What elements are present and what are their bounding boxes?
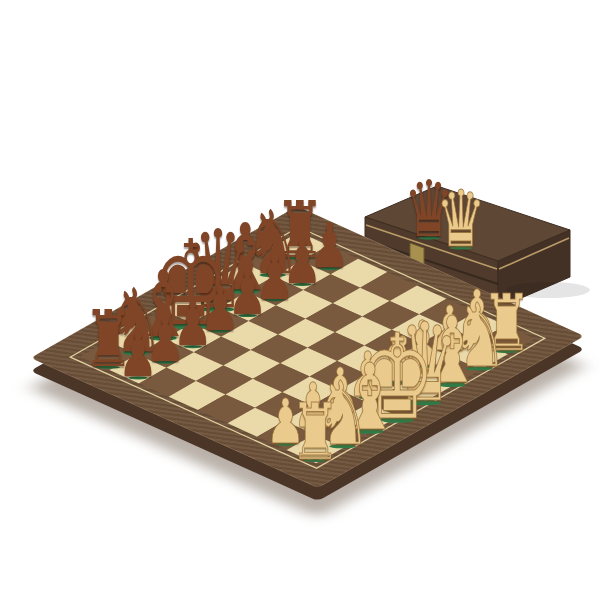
piece-cell-h1: ♜ — [287, 434, 344, 463]
extra-queen-light[interactable]: ♛ — [436, 180, 486, 249]
chess-set-scene: ♜♞♝♛♚♝♞♜♟♟♟♟♟♟♟♟♟♟♟♟♟♟♟♟♜♞♝♛♚♝♞♜ ♛ ♛ — [0, 0, 600, 600]
piece-light-rook[interactable]: ♜ — [290, 393, 340, 462]
piece-dark-pawn[interactable]: ♟ — [118, 324, 158, 379]
